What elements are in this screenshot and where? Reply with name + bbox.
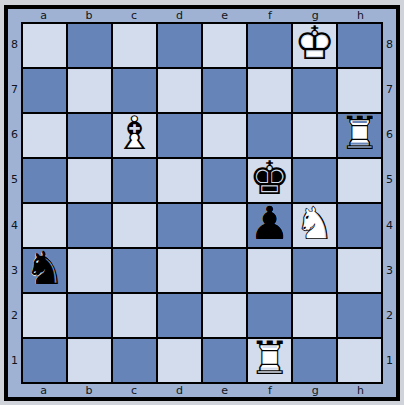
- square-f4[interactable]: ♙♟: [248, 204, 291, 247]
- square-h2[interactable]: [338, 294, 381, 337]
- square-d4[interactable]: [158, 204, 201, 247]
- corner-top-right: [383, 9, 396, 22]
- black-knight: ♞: [23, 247, 66, 290]
- square-g6[interactable]: [293, 114, 336, 157]
- rank-label-6: 6: [383, 112, 396, 157]
- square-f1[interactable]: ♜♖: [248, 339, 291, 382]
- rank-label-3: 3: [383, 248, 396, 293]
- board-frame: abcdefgh 87654321 ♚♔♝♗♜♖♔♚♙♟♞♘♘♞♜♖ 87654…: [4, 5, 400, 401]
- square-f7[interactable]: [248, 69, 291, 112]
- rank-label-2: 2: [8, 293, 21, 338]
- file-label-e: e: [202, 384, 247, 397]
- square-f3[interactable]: [248, 249, 291, 292]
- square-d5[interactable]: [158, 159, 201, 202]
- square-d2[interactable]: [158, 294, 201, 337]
- square-c4[interactable]: [113, 204, 156, 247]
- square-d8[interactable]: [158, 24, 201, 67]
- rank-label-1: 1: [383, 338, 396, 383]
- file-label-c: c: [112, 384, 157, 397]
- square-e7[interactable]: [203, 69, 246, 112]
- square-g4[interactable]: ♞♘: [293, 204, 336, 247]
- rank-label-3: 3: [8, 248, 21, 293]
- square-e8[interactable]: [203, 24, 246, 67]
- square-c2[interactable]: [113, 294, 156, 337]
- square-e4[interactable]: [203, 204, 246, 247]
- square-a4[interactable]: [23, 204, 66, 247]
- page-background: abcdefgh 87654321 ♚♔♝♗♜♖♔♚♙♟♞♘♘♞♜♖ 87654…: [0, 0, 404, 405]
- file-labels-top: abcdefgh: [21, 9, 383, 22]
- file-label-d: d: [157, 9, 202, 22]
- board-with-coordinates: abcdefgh 87654321 ♚♔♝♗♜♖♔♚♙♟♞♘♘♞♜♖ 87654…: [8, 9, 396, 397]
- white-rook: ♖: [248, 337, 291, 380]
- rank-label-4: 4: [8, 203, 21, 248]
- square-b8[interactable]: [68, 24, 111, 67]
- square-b1[interactable]: [68, 339, 111, 382]
- file-label-b: b: [66, 9, 111, 22]
- file-label-h: h: [338, 9, 383, 22]
- file-label-b: b: [66, 384, 111, 397]
- square-e6[interactable]: [203, 114, 246, 157]
- square-a8[interactable]: [23, 24, 66, 67]
- square-a5[interactable]: [23, 159, 66, 202]
- square-c3[interactable]: [113, 249, 156, 292]
- white-king-fill: ♚: [293, 22, 336, 65]
- file-labels-bottom: abcdefgh: [21, 384, 383, 397]
- file-label-e: e: [202, 9, 247, 22]
- square-g5[interactable]: [293, 159, 336, 202]
- square-f2[interactable]: [248, 294, 291, 337]
- rank-label-8: 8: [383, 22, 396, 67]
- corner-top-left: [8, 9, 21, 22]
- square-b4[interactable]: [68, 204, 111, 247]
- square-a6[interactable]: [23, 114, 66, 157]
- square-b7[interactable]: [68, 69, 111, 112]
- black-pawn: ♟: [248, 202, 291, 245]
- square-c1[interactable]: [113, 339, 156, 382]
- square-g3[interactable]: [293, 249, 336, 292]
- white-rook: ♖: [338, 112, 381, 155]
- square-c7[interactable]: [113, 69, 156, 112]
- white-king: ♔: [293, 22, 336, 65]
- square-h1[interactable]: [338, 339, 381, 382]
- black-knight-fill: ♘: [23, 247, 66, 290]
- chess-board: ♚♔♝♗♜♖♔♚♙♟♞♘♘♞♜♖: [21, 22, 383, 384]
- white-rook-fill: ♜: [338, 112, 381, 155]
- square-a3[interactable]: ♘♞: [23, 249, 66, 292]
- rank-labels-right: 87654321: [383, 22, 396, 384]
- rank-label-1: 1: [8, 338, 21, 383]
- rank-label-5: 5: [8, 157, 21, 202]
- square-e3[interactable]: [203, 249, 246, 292]
- square-h6[interactable]: ♜♖: [338, 114, 381, 157]
- square-d1[interactable]: [158, 339, 201, 382]
- square-g7[interactable]: [293, 69, 336, 112]
- file-label-a: a: [21, 9, 66, 22]
- square-g1[interactable]: [293, 339, 336, 382]
- file-label-h: h: [338, 384, 383, 397]
- square-b3[interactable]: [68, 249, 111, 292]
- square-d7[interactable]: [158, 69, 201, 112]
- square-b5[interactable]: [68, 159, 111, 202]
- square-d3[interactable]: [158, 249, 201, 292]
- file-label-f: f: [247, 9, 292, 22]
- rank-label-2: 2: [383, 293, 396, 338]
- square-h8[interactable]: [338, 24, 381, 67]
- square-h4[interactable]: [338, 204, 381, 247]
- square-f5[interactable]: ♔♚: [248, 159, 291, 202]
- white-rook-fill: ♜: [248, 337, 291, 380]
- rank-label-7: 7: [383, 67, 396, 112]
- file-label-c: c: [112, 9, 157, 22]
- square-c6[interactable]: ♝♗: [113, 114, 156, 157]
- file-label-d: d: [157, 384, 202, 397]
- square-b2[interactable]: [68, 294, 111, 337]
- file-label-a: a: [21, 384, 66, 397]
- square-h3[interactable]: [338, 249, 381, 292]
- white-bishop-fill: ♝: [113, 112, 156, 155]
- white-knight: ♘: [293, 202, 336, 245]
- white-bishop: ♗: [113, 112, 156, 155]
- rank-label-6: 6: [8, 112, 21, 157]
- black-pawn-fill: ♙: [248, 202, 291, 245]
- corner-bottom-right: [383, 384, 396, 397]
- file-label-g: g: [293, 9, 338, 22]
- file-label-g: g: [293, 384, 338, 397]
- rank-labels-left: 87654321: [8, 22, 21, 384]
- square-d6[interactable]: [158, 114, 201, 157]
- file-label-f: f: [247, 384, 292, 397]
- square-e5[interactable]: [203, 159, 246, 202]
- square-a7[interactable]: [23, 69, 66, 112]
- black-king: ♚: [248, 157, 291, 200]
- square-e1[interactable]: [203, 339, 246, 382]
- square-h7[interactable]: [338, 69, 381, 112]
- square-e2[interactable]: [203, 294, 246, 337]
- square-f6[interactable]: [248, 114, 291, 157]
- square-c8[interactable]: [113, 24, 156, 67]
- rank-label-5: 5: [383, 157, 396, 202]
- corner-bottom-left: [8, 384, 21, 397]
- rank-label-8: 8: [8, 22, 21, 67]
- square-g2[interactable]: [293, 294, 336, 337]
- square-g8[interactable]: ♚♔: [293, 24, 336, 67]
- square-f8[interactable]: [248, 24, 291, 67]
- square-h5[interactable]: [338, 159, 381, 202]
- square-b6[interactable]: [68, 114, 111, 157]
- rank-label-4: 4: [383, 203, 396, 248]
- white-knight-fill: ♞: [293, 202, 336, 245]
- square-c5[interactable]: [113, 159, 156, 202]
- black-king-fill: ♔: [248, 157, 291, 200]
- rank-label-7: 7: [8, 67, 21, 112]
- square-a2[interactable]: [23, 294, 66, 337]
- square-a1[interactable]: [23, 339, 66, 382]
